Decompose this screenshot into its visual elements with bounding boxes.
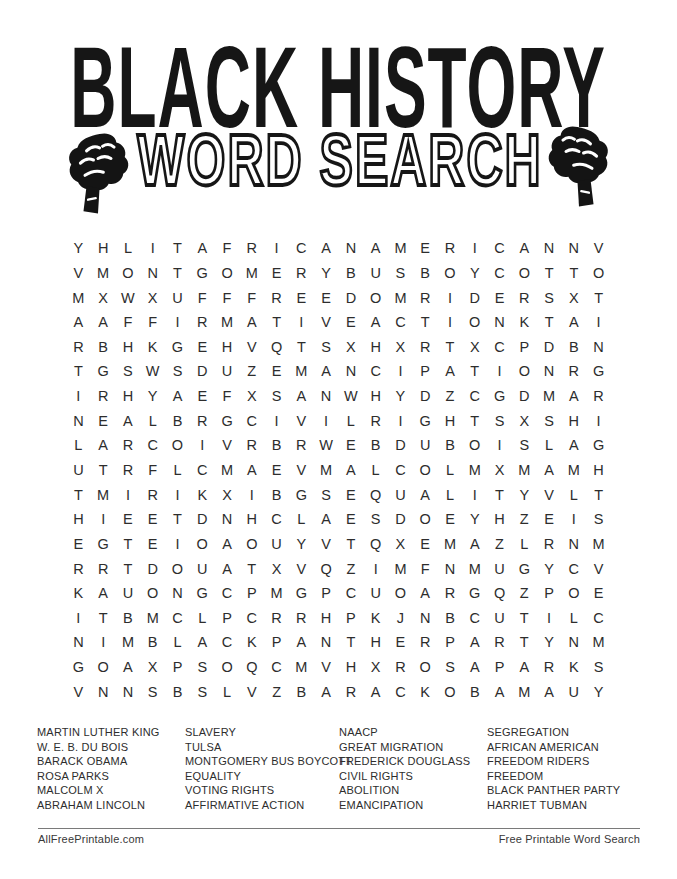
grid-cell-r11c4[interactable]: R xyxy=(140,482,165,507)
grid-cell-r8c13[interactable]: R xyxy=(363,408,388,433)
grid-cell-r19c11[interactable]: A xyxy=(314,679,339,704)
grid-cell-r4c1[interactable]: A xyxy=(66,310,91,335)
grid-cell-r1c19[interactable]: A xyxy=(512,236,537,261)
grid-cell-r9c8[interactable]: R xyxy=(239,433,264,458)
grid-cell-r17c18[interactable]: R xyxy=(487,630,512,655)
grid-cell-r12c12[interactable]: E xyxy=(339,507,364,532)
grid-cell-r2c19[interactable]: O xyxy=(512,261,537,286)
grid-cell-r9c11[interactable]: W xyxy=(314,433,339,458)
grid-cell-r2c8[interactable]: M xyxy=(239,261,264,286)
grid-cell-r7c11[interactable]: N xyxy=(314,384,339,409)
grid-cell-r3c22[interactable]: T xyxy=(586,285,611,310)
grid-cell-r13c10[interactable]: Y xyxy=(289,532,314,557)
grid-cell-r11c8[interactable]: I xyxy=(239,482,264,507)
grid-cell-r3c17[interactable]: D xyxy=(462,285,487,310)
grid-cell-r14c16[interactable]: N xyxy=(438,556,463,581)
grid-cell-r3c18[interactable]: E xyxy=(487,285,512,310)
grid-cell-r8c11[interactable]: I xyxy=(314,408,339,433)
grid-cell-r5c21[interactable]: B xyxy=(561,335,586,360)
grid-cell-r16c17[interactable]: C xyxy=(462,605,487,630)
grid-cell-r14c9[interactable]: X xyxy=(264,556,289,581)
grid-cell-r18c1[interactable]: G xyxy=(66,655,91,680)
grid-cell-r1c18[interactable]: C xyxy=(487,236,512,261)
grid-cell-r17c10[interactable]: A xyxy=(289,630,314,655)
grid-cell-r8c7[interactable]: G xyxy=(215,408,240,433)
grid-cell-r4c19[interactable]: K xyxy=(512,310,537,335)
grid-cell-r5c5[interactable]: G xyxy=(165,335,190,360)
grid-cell-r4c17[interactable]: O xyxy=(462,310,487,335)
grid-cell-r1c5[interactable]: T xyxy=(165,236,190,261)
grid-cell-r19c15[interactable]: K xyxy=(413,679,438,704)
grid-cell-r1c17[interactable]: I xyxy=(462,236,487,261)
grid-cell-r10c8[interactable]: A xyxy=(239,458,264,483)
grid-cell-r10c14[interactable]: C xyxy=(388,458,413,483)
grid-cell-r12c19[interactable]: Z xyxy=(512,507,537,532)
grid-cell-r5c10[interactable]: T xyxy=(289,335,314,360)
grid-cell-r19c7[interactable]: L xyxy=(215,679,240,704)
grid-cell-r13c5[interactable]: I xyxy=(165,532,190,557)
grid-cell-r2c13[interactable]: U xyxy=(363,261,388,286)
grid-cell-r5c17[interactable]: X xyxy=(462,335,487,360)
grid-cell-r15c19[interactable]: Z xyxy=(512,581,537,606)
grid-cell-r2c5[interactable]: T xyxy=(165,261,190,286)
grid-cell-r10c10[interactable]: V xyxy=(289,458,314,483)
grid-cell-r13c13[interactable]: Q xyxy=(363,532,388,557)
grid-cell-r5c20[interactable]: D xyxy=(537,335,562,360)
grid-cell-r2c6[interactable]: G xyxy=(190,261,215,286)
grid-cell-r14c15[interactable]: F xyxy=(413,556,438,581)
grid-cell-r6c3[interactable]: S xyxy=(116,359,141,384)
grid-cell-r5c18[interactable]: C xyxy=(487,335,512,360)
grid-cell-r4c3[interactable]: F xyxy=(116,310,141,335)
grid-cell-r17c20[interactable]: Y xyxy=(537,630,562,655)
grid-cell-r7c21[interactable]: A xyxy=(561,384,586,409)
grid-cell-r13c21[interactable]: N xyxy=(561,532,586,557)
grid-cell-r18c17[interactable]: A xyxy=(462,655,487,680)
grid-cell-r1c15[interactable]: E xyxy=(413,236,438,261)
grid-cell-r4c15[interactable]: T xyxy=(413,310,438,335)
grid-cell-r16c9[interactable]: R xyxy=(264,605,289,630)
grid-cell-r6c12[interactable]: N xyxy=(339,359,364,384)
grid-cell-r9c20[interactable]: L xyxy=(537,433,562,458)
grid-cell-r8c14[interactable]: I xyxy=(388,408,413,433)
grid-cell-r8c5[interactable]: B xyxy=(165,408,190,433)
grid-cell-r14c3[interactable]: T xyxy=(116,556,141,581)
grid-cell-r10c11[interactable]: M xyxy=(314,458,339,483)
grid-cell-r1c13[interactable]: A xyxy=(363,236,388,261)
grid-cell-r16c7[interactable]: P xyxy=(215,605,240,630)
grid-cell-r15c22[interactable]: E xyxy=(586,581,611,606)
grid-cell-r8c10[interactable]: V xyxy=(289,408,314,433)
grid-cell-r4c4[interactable]: F xyxy=(140,310,165,335)
grid-cell-r12c17[interactable]: Y xyxy=(462,507,487,532)
grid-cell-r2c16[interactable]: O xyxy=(438,261,463,286)
grid-cell-r9c18[interactable]: I xyxy=(487,433,512,458)
grid-cell-r1c7[interactable]: F xyxy=(215,236,240,261)
grid-cell-r14c20[interactable]: Y xyxy=(537,556,562,581)
grid-cell-r12c21[interactable]: I xyxy=(561,507,586,532)
grid-cell-r8c16[interactable]: H xyxy=(438,408,463,433)
grid-cell-r12c22[interactable]: S xyxy=(586,507,611,532)
grid-cell-r18c18[interactable]: P xyxy=(487,655,512,680)
grid-cell-r9c10[interactable]: R xyxy=(289,433,314,458)
grid-cell-r18c15[interactable]: O xyxy=(413,655,438,680)
grid-cell-r12c8[interactable]: H xyxy=(239,507,264,532)
grid-cell-r5c2[interactable]: B xyxy=(91,335,116,360)
grid-cell-r11c5[interactable]: I xyxy=(165,482,190,507)
grid-cell-r13c4[interactable]: E xyxy=(140,532,165,557)
grid-cell-r17c5[interactable]: L xyxy=(165,630,190,655)
grid-cell-r15c15[interactable]: A xyxy=(413,581,438,606)
grid-cell-r11c9[interactable]: B xyxy=(264,482,289,507)
grid-cell-r13c20[interactable]: R xyxy=(537,532,562,557)
grid-cell-r2c21[interactable]: T xyxy=(561,261,586,286)
grid-cell-r8c12[interactable]: L xyxy=(339,408,364,433)
grid-cell-r7c13[interactable]: H xyxy=(363,384,388,409)
grid-cell-r2c2[interactable]: M xyxy=(91,261,116,286)
grid-cell-r6c7[interactable]: U xyxy=(215,359,240,384)
grid-cell-r7c7[interactable]: F xyxy=(215,384,240,409)
grid-cell-r5c7[interactable]: H xyxy=(215,335,240,360)
grid-cell-r19c1[interactable]: V xyxy=(66,679,91,704)
grid-cell-r9c2[interactable]: A xyxy=(91,433,116,458)
grid-cell-r12c18[interactable]: H xyxy=(487,507,512,532)
grid-cell-r7c19[interactable]: D xyxy=(512,384,537,409)
grid-cell-r14c17[interactable]: M xyxy=(462,556,487,581)
grid-cell-r5c9[interactable]: Q xyxy=(264,335,289,360)
grid-cell-r6c2[interactable]: G xyxy=(91,359,116,384)
grid-cell-r18c4[interactable]: X xyxy=(140,655,165,680)
grid-cell-r6c10[interactable]: M xyxy=(289,359,314,384)
grid-cell-r1c16[interactable]: R xyxy=(438,236,463,261)
grid-cell-r4c5[interactable]: I xyxy=(165,310,190,335)
grid-cell-r8c20[interactable]: S xyxy=(537,408,562,433)
grid-cell-r15c13[interactable]: U xyxy=(363,581,388,606)
grid-cell-r13c2[interactable]: G xyxy=(91,532,116,557)
grid-cell-r14c4[interactable]: D xyxy=(140,556,165,581)
grid-cell-r13c1[interactable]: E xyxy=(66,532,91,557)
grid-cell-r7c9[interactable]: S xyxy=(264,384,289,409)
grid-cell-r19c13[interactable]: A xyxy=(363,679,388,704)
grid-cell-r11c12[interactable]: E xyxy=(339,482,364,507)
grid-cell-r16c11[interactable]: H xyxy=(314,605,339,630)
grid-cell-r4c12[interactable]: E xyxy=(339,310,364,335)
grid-cell-r5c15[interactable]: R xyxy=(413,335,438,360)
grid-cell-r1c14[interactable]: M xyxy=(388,236,413,261)
grid-cell-r3c15[interactable]: R xyxy=(413,285,438,310)
grid-cell-r5c12[interactable]: X xyxy=(339,335,364,360)
grid-cell-r3c16[interactable]: I xyxy=(438,285,463,310)
grid-cell-r1c20[interactable]: N xyxy=(537,236,562,261)
grid-cell-r17c12[interactable]: T xyxy=(339,630,364,655)
grid-cell-r14c13[interactable]: I xyxy=(363,556,388,581)
grid-cell-r17c14[interactable]: E xyxy=(388,630,413,655)
grid-cell-r16c18[interactable]: U xyxy=(487,605,512,630)
grid-cell-r12c7[interactable]: N xyxy=(215,507,240,532)
grid-cell-r7c8[interactable]: X xyxy=(239,384,264,409)
grid-cell-r1c4[interactable]: I xyxy=(140,236,165,261)
grid-cell-r16c19[interactable]: T xyxy=(512,605,537,630)
grid-cell-r8c17[interactable]: T xyxy=(462,408,487,433)
grid-cell-r2c14[interactable]: S xyxy=(388,261,413,286)
grid-cell-r14c19[interactable]: G xyxy=(512,556,537,581)
grid-cell-r15c8[interactable]: P xyxy=(239,581,264,606)
grid-cell-r12c9[interactable]: C xyxy=(264,507,289,532)
grid-cell-r16c22[interactable]: C xyxy=(586,605,611,630)
grid-cell-r19c2[interactable]: N xyxy=(91,679,116,704)
grid-cell-r14c21[interactable]: C xyxy=(561,556,586,581)
grid-cell-r4c10[interactable]: I xyxy=(289,310,314,335)
grid-cell-r19c22[interactable]: Y xyxy=(586,679,611,704)
grid-cell-r13c14[interactable]: X xyxy=(388,532,413,557)
grid-cell-r9c6[interactable]: I xyxy=(190,433,215,458)
grid-cell-r16c12[interactable]: P xyxy=(339,605,364,630)
grid-cell-r8c8[interactable]: C xyxy=(239,408,264,433)
grid-cell-r1c8[interactable]: R xyxy=(239,236,264,261)
grid-cell-r7c20[interactable]: M xyxy=(537,384,562,409)
grid-cell-r8c6[interactable]: R xyxy=(190,408,215,433)
grid-cell-r16c20[interactable]: I xyxy=(537,605,562,630)
grid-cell-r1c9[interactable]: I xyxy=(264,236,289,261)
grid-cell-r13c22[interactable]: M xyxy=(586,532,611,557)
grid-cell-r12c6[interactable]: D xyxy=(190,507,215,532)
grid-cell-r10c9[interactable]: E xyxy=(264,458,289,483)
grid-cell-r10c6[interactable]: C xyxy=(190,458,215,483)
grid-cell-r6c4[interactable]: W xyxy=(140,359,165,384)
grid-cell-r17c21[interactable]: N xyxy=(561,630,586,655)
grid-cell-r17c19[interactable]: T xyxy=(512,630,537,655)
grid-cell-r9c21[interactable]: A xyxy=(561,433,586,458)
grid-cell-r6c8[interactable]: Z xyxy=(239,359,264,384)
grid-cell-r13c11[interactable]: V xyxy=(314,532,339,557)
grid-cell-r8c22[interactable]: I xyxy=(586,408,611,433)
grid-cell-r3c5[interactable]: U xyxy=(165,285,190,310)
grid-cell-r16c1[interactable]: I xyxy=(66,605,91,630)
grid-cell-r6c6[interactable]: D xyxy=(190,359,215,384)
grid-cell-r18c21[interactable]: K xyxy=(561,655,586,680)
grid-cell-r3c19[interactable]: R xyxy=(512,285,537,310)
grid-cell-r16c15[interactable]: N xyxy=(413,605,438,630)
grid-cell-r4c16[interactable]: I xyxy=(438,310,463,335)
grid-cell-r7c4[interactable]: Y xyxy=(140,384,165,409)
grid-cell-r1c11[interactable]: A xyxy=(314,236,339,261)
grid-cell-r13c3[interactable]: T xyxy=(116,532,141,557)
grid-cell-r5c19[interactable]: P xyxy=(512,335,537,360)
grid-cell-r10c17[interactable]: M xyxy=(462,458,487,483)
grid-cell-r7c2[interactable]: R xyxy=(91,384,116,409)
grid-cell-r6c1[interactable]: T xyxy=(66,359,91,384)
grid-cell-r8c18[interactable]: S xyxy=(487,408,512,433)
grid-cell-r9c22[interactable]: G xyxy=(586,433,611,458)
grid-cell-r19c5[interactable]: B xyxy=(165,679,190,704)
grid-cell-r15c21[interactable]: O xyxy=(561,581,586,606)
grid-cell-r17c6[interactable]: A xyxy=(190,630,215,655)
grid-cell-r15c3[interactable]: U xyxy=(116,581,141,606)
grid-cell-r10c5[interactable]: L xyxy=(165,458,190,483)
grid-cell-r3c9[interactable]: R xyxy=(264,285,289,310)
grid-cell-r12c11[interactable]: A xyxy=(314,507,339,532)
grid-cell-r11c2[interactable]: M xyxy=(91,482,116,507)
grid-cell-r19c6[interactable]: S xyxy=(190,679,215,704)
grid-cell-r18c6[interactable]: S xyxy=(190,655,215,680)
grid-cell-r1c2[interactable]: H xyxy=(91,236,116,261)
grid-cell-r5c16[interactable]: T xyxy=(438,335,463,360)
grid-cell-r2c22[interactable]: O xyxy=(586,261,611,286)
grid-cell-r7c18[interactable]: G xyxy=(487,384,512,409)
grid-cell-r12c4[interactable]: E xyxy=(140,507,165,532)
grid-cell-r19c14[interactable]: C xyxy=(388,679,413,704)
grid-cell-r4c6[interactable]: R xyxy=(190,310,215,335)
grid-cell-r14c14[interactable]: M xyxy=(388,556,413,581)
grid-cell-r11c15[interactable]: A xyxy=(413,482,438,507)
grid-cell-r19c4[interactable]: S xyxy=(140,679,165,704)
grid-cell-r1c21[interactable]: N xyxy=(561,236,586,261)
grid-cell-r1c10[interactable]: C xyxy=(289,236,314,261)
grid-cell-r8c19[interactable]: X xyxy=(512,408,537,433)
grid-cell-r8c2[interactable]: E xyxy=(91,408,116,433)
grid-cell-r1c22[interactable]: V xyxy=(586,236,611,261)
grid-cell-r10c21[interactable]: M xyxy=(561,458,586,483)
grid-cell-r9c4[interactable]: C xyxy=(140,433,165,458)
grid-cell-r12c16[interactable]: E xyxy=(438,507,463,532)
grid-cell-r19c16[interactable]: O xyxy=(438,679,463,704)
grid-cell-r3c21[interactable]: X xyxy=(561,285,586,310)
grid-cell-r9c14[interactable]: D xyxy=(388,433,413,458)
grid-cell-r3c4[interactable]: X xyxy=(140,285,165,310)
grid-cell-r15c7[interactable]: C xyxy=(215,581,240,606)
grid-cell-r2c7[interactable]: O xyxy=(215,261,240,286)
grid-cell-r2c20[interactable]: T xyxy=(537,261,562,286)
grid-cell-r14c2[interactable]: R xyxy=(91,556,116,581)
grid-cell-r2c10[interactable]: R xyxy=(289,261,314,286)
grid-cell-r3c12[interactable]: D xyxy=(339,285,364,310)
grid-cell-r18c20[interactable]: R xyxy=(537,655,562,680)
grid-cell-r9c9[interactable]: B xyxy=(264,433,289,458)
grid-cell-r2c11[interactable]: Y xyxy=(314,261,339,286)
grid-cell-r18c22[interactable]: S xyxy=(586,655,611,680)
grid-cell-r2c9[interactable]: E xyxy=(264,261,289,286)
grid-cell-r10c16[interactable]: L xyxy=(438,458,463,483)
grid-cell-r15c14[interactable]: O xyxy=(388,581,413,606)
grid-cell-r7c3[interactable]: H xyxy=(116,384,141,409)
grid-cell-r6c14[interactable]: I xyxy=(388,359,413,384)
grid-cell-r4c22[interactable]: I xyxy=(586,310,611,335)
grid-cell-r11c3[interactable]: I xyxy=(116,482,141,507)
grid-cell-r10c15[interactable]: O xyxy=(413,458,438,483)
grid-cell-r5c13[interactable]: H xyxy=(363,335,388,360)
grid-cell-r3c14[interactable]: M xyxy=(388,285,413,310)
grid-cell-r17c7[interactable]: C xyxy=(215,630,240,655)
grid-cell-r1c3[interactable]: L xyxy=(116,236,141,261)
grid-cell-r14c5[interactable]: O xyxy=(165,556,190,581)
grid-cell-r18c8[interactable]: Q xyxy=(239,655,264,680)
grid-cell-r17c17[interactable]: A xyxy=(462,630,487,655)
grid-cell-r12c3[interactable]: E xyxy=(116,507,141,532)
grid-cell-r17c1[interactable]: N xyxy=(66,630,91,655)
grid-cell-r9c3[interactable]: R xyxy=(116,433,141,458)
grid-cell-r14c6[interactable]: U xyxy=(190,556,215,581)
grid-cell-r6c19[interactable]: O xyxy=(512,359,537,384)
grid-cell-r2c18[interactable]: C xyxy=(487,261,512,286)
grid-cell-r13c15[interactable]: E xyxy=(413,532,438,557)
grid-cell-r6c15[interactable]: P xyxy=(413,359,438,384)
grid-cell-r19c17[interactable]: B xyxy=(462,679,487,704)
grid-cell-r11c19[interactable]: Y xyxy=(512,482,537,507)
grid-cell-r6c13[interactable]: C xyxy=(363,359,388,384)
grid-cell-r18c10[interactable]: M xyxy=(289,655,314,680)
grid-cell-r12c1[interactable]: H xyxy=(66,507,91,532)
grid-cell-r8c9[interactable]: I xyxy=(264,408,289,433)
grid-cell-r17c11[interactable]: N xyxy=(314,630,339,655)
grid-cell-r16c6[interactable]: L xyxy=(190,605,215,630)
grid-cell-r18c19[interactable]: A xyxy=(512,655,537,680)
grid-cell-r17c15[interactable]: R xyxy=(413,630,438,655)
grid-cell-r4c14[interactable]: C xyxy=(388,310,413,335)
grid-cell-r14c1[interactable]: R xyxy=(66,556,91,581)
grid-cell-r9c13[interactable]: B xyxy=(363,433,388,458)
grid-cell-r11c20[interactable]: V xyxy=(537,482,562,507)
grid-cell-r14c10[interactable]: V xyxy=(289,556,314,581)
grid-cell-r16c16[interactable]: B xyxy=(438,605,463,630)
grid-cell-r7c14[interactable]: Y xyxy=(388,384,413,409)
grid-cell-r18c2[interactable]: O xyxy=(91,655,116,680)
grid-cell-r16c14[interactable]: J xyxy=(388,605,413,630)
grid-cell-r11c18[interactable]: T xyxy=(487,482,512,507)
grid-cell-r3c1[interactable]: M xyxy=(66,285,91,310)
grid-cell-r10c22[interactable]: H xyxy=(586,458,611,483)
grid-cell-r18c12[interactable]: H xyxy=(339,655,364,680)
grid-cell-r11c10[interactable]: G xyxy=(289,482,314,507)
grid-cell-r4c21[interactable]: A xyxy=(561,310,586,335)
grid-cell-r9c16[interactable]: B xyxy=(438,433,463,458)
grid-cell-r3c11[interactable]: E xyxy=(314,285,339,310)
grid-cell-r16c4[interactable]: M xyxy=(140,605,165,630)
grid-cell-r13c17[interactable]: A xyxy=(462,532,487,557)
grid-cell-r10c7[interactable]: M xyxy=(215,458,240,483)
grid-cell-r4c13[interactable]: A xyxy=(363,310,388,335)
grid-cell-r10c20[interactable]: A xyxy=(537,458,562,483)
grid-cell-r3c10[interactable]: E xyxy=(289,285,314,310)
grid-cell-r19c12[interactable]: R xyxy=(339,679,364,704)
grid-cell-r8c4[interactable]: L xyxy=(140,408,165,433)
grid-cell-r14c12[interactable]: Z xyxy=(339,556,364,581)
grid-cell-r10c19[interactable]: M xyxy=(512,458,537,483)
grid-cell-r15c20[interactable]: P xyxy=(537,581,562,606)
grid-cell-r5c8[interactable]: V xyxy=(239,335,264,360)
grid-cell-r10c3[interactable]: R xyxy=(116,458,141,483)
grid-cell-r17c22[interactable]: M xyxy=(586,630,611,655)
grid-cell-r9c17[interactable]: O xyxy=(462,433,487,458)
grid-cell-r15c6[interactable]: G xyxy=(190,581,215,606)
grid-cell-r7c6[interactable]: E xyxy=(190,384,215,409)
grid-cell-r11c14[interactable]: U xyxy=(388,482,413,507)
grid-cell-r12c13[interactable]: S xyxy=(363,507,388,532)
grid-cell-r15c10[interactable]: G xyxy=(289,581,314,606)
grid-cell-r17c8[interactable]: K xyxy=(239,630,264,655)
grid-cell-r14c18[interactable]: U xyxy=(487,556,512,581)
grid-cell-r12c14[interactable]: D xyxy=(388,507,413,532)
grid-cell-r6c17[interactable]: T xyxy=(462,359,487,384)
grid-cell-r6c20[interactable]: N xyxy=(537,359,562,384)
grid-cell-r3c8[interactable]: F xyxy=(239,285,264,310)
grid-cell-r11c1[interactable]: T xyxy=(66,482,91,507)
grid-cell-r19c3[interactable]: N xyxy=(116,679,141,704)
grid-cell-r17c4[interactable]: B xyxy=(140,630,165,655)
grid-cell-r12c5[interactable]: T xyxy=(165,507,190,532)
grid-cell-r16c2[interactable]: T xyxy=(91,605,116,630)
grid-cell-r8c15[interactable]: G xyxy=(413,408,438,433)
grid-cell-r17c13[interactable]: H xyxy=(363,630,388,655)
